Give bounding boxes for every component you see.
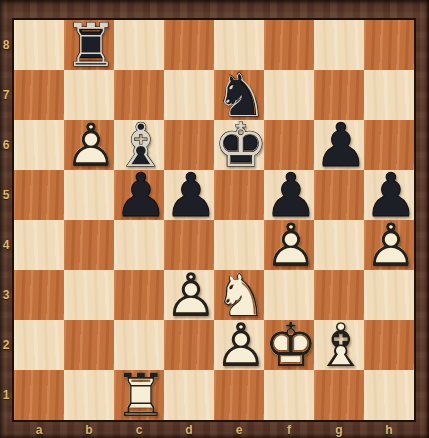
square-e8[interactable] — [214, 20, 264, 70]
white-pawn-detail-icon: ♙ — [214, 322, 264, 369]
file-label-e: e — [214, 422, 264, 438]
white-pawn-b6[interactable]: ♟♙ — [64, 120, 114, 170]
white-pawn-icon: ♟ — [364, 222, 414, 269]
white-king-detail-icon: ♔ — [264, 322, 314, 369]
square-d3[interactable]: ♟♙ — [164, 270, 214, 320]
black-pawn-icon: ♟ — [264, 172, 314, 219]
square-f5[interactable]: ♟ — [264, 170, 314, 220]
rank-label-2: 2 — [0, 320, 12, 370]
square-e1[interactable] — [214, 370, 264, 420]
black-pawn-f5[interactable]: ♟ — [264, 170, 314, 220]
file-label-g: g — [314, 422, 364, 438]
square-f2[interactable]: ♚♔ — [264, 320, 314, 370]
black-pawn-h5[interactable]: ♟ — [364, 170, 414, 220]
square-b1[interactable] — [64, 370, 114, 420]
square-b7[interactable] — [64, 70, 114, 120]
square-b8[interactable]: ♜♖ — [64, 20, 114, 70]
black-pawn-g6[interactable]: ♟ — [314, 120, 364, 170]
chess-board[interactable]: ♜♖♞♘♟♙♝♗♚♔♟♟♟♟♟♟♙♟♙♟♙♞♘♟♙♚♔♝♗♜♖ — [12, 18, 416, 422]
square-a1[interactable] — [14, 370, 64, 420]
file-label-c: c — [114, 422, 164, 438]
white-pawn-detail-icon: ♙ — [364, 222, 414, 269]
square-b2[interactable] — [64, 320, 114, 370]
square-d8[interactable] — [164, 20, 214, 70]
square-h3[interactable] — [364, 270, 414, 320]
square-f1[interactable] — [264, 370, 314, 420]
white-knight-e3[interactable]: ♞♘ — [214, 270, 264, 320]
white-pawn-icon: ♟ — [214, 322, 264, 369]
square-b6[interactable]: ♟♙ — [64, 120, 114, 170]
square-g4[interactable] — [314, 220, 364, 270]
square-d6[interactable] — [164, 120, 214, 170]
white-bishop-g2[interactable]: ♝♗ — [314, 320, 364, 370]
square-f7[interactable] — [264, 70, 314, 120]
chess-board-window: 87654321 abcdefgh ♜♖♞♘♟♙♝♗♚♔♟♟♟♟♟♟♙♟♙♟♙♞… — [0, 0, 429, 438]
rank-label-8: 8 — [0, 20, 12, 70]
black-king-e6[interactable]: ♚♔ — [214, 120, 264, 170]
rank-label-6: 6 — [0, 120, 12, 170]
square-h2[interactable] — [364, 320, 414, 370]
square-g3[interactable] — [314, 270, 364, 320]
rank-label-5: 5 — [0, 170, 12, 220]
square-d5[interactable]: ♟ — [164, 170, 214, 220]
square-h8[interactable] — [364, 20, 414, 70]
rank-label-4: 4 — [0, 220, 12, 270]
black-knight-e7[interactable]: ♞♘ — [214, 70, 264, 120]
black-knight-detail-icon: ♘ — [214, 72, 264, 119]
white-bishop-icon: ♝ — [314, 322, 364, 369]
black-pawn-icon: ♟ — [314, 122, 364, 169]
square-a2[interactable] — [14, 320, 64, 370]
square-a7[interactable] — [14, 70, 64, 120]
white-pawn-f4[interactable]: ♟♙ — [264, 220, 314, 270]
square-g7[interactable] — [314, 70, 364, 120]
black-rook-detail-icon: ♖ — [64, 22, 114, 69]
white-pawn-icon: ♟ — [64, 122, 114, 169]
white-pawn-h4[interactable]: ♟♙ — [364, 220, 414, 270]
square-a5[interactable] — [14, 170, 64, 220]
square-h1[interactable] — [364, 370, 414, 420]
square-e2[interactable]: ♟♙ — [214, 320, 264, 370]
rank-label-3: 3 — [0, 270, 12, 320]
black-rook-icon: ♜ — [64, 22, 114, 69]
white-knight-detail-icon: ♘ — [214, 272, 264, 319]
black-pawn-icon: ♟ — [164, 172, 214, 219]
square-c3[interactable] — [114, 270, 164, 320]
square-a6[interactable] — [14, 120, 64, 170]
square-b3[interactable] — [64, 270, 114, 320]
square-g5[interactable] — [314, 170, 364, 220]
file-label-f: f — [264, 422, 314, 438]
white-rook-icon: ♜ — [114, 372, 164, 419]
square-c2[interactable] — [114, 320, 164, 370]
square-g1[interactable] — [314, 370, 364, 420]
white-pawn-icon: ♟ — [264, 222, 314, 269]
black-king-detail-icon: ♔ — [214, 122, 264, 169]
file-label-h: h — [364, 422, 414, 438]
black-knight-icon: ♞ — [214, 72, 264, 119]
white-bishop-detail-icon: ♗ — [314, 322, 364, 369]
square-b5[interactable] — [64, 170, 114, 220]
square-f3[interactable] — [264, 270, 314, 320]
black-bishop-icon: ♝ — [114, 122, 164, 169]
white-rook-detail-icon: ♖ — [114, 372, 164, 419]
white-pawn-e2[interactable]: ♟♙ — [214, 320, 264, 370]
black-rook-b8[interactable]: ♜♖ — [64, 20, 114, 70]
white-pawn-detail-icon: ♙ — [164, 272, 214, 319]
white-rook-c1[interactable]: ♜♖ — [114, 370, 164, 420]
square-e3[interactable]: ♞♘ — [214, 270, 264, 320]
square-c4[interactable] — [114, 220, 164, 270]
rank-label-1: 1 — [0, 370, 12, 420]
square-a3[interactable] — [14, 270, 64, 320]
square-h5[interactable]: ♟ — [364, 170, 414, 220]
square-a8[interactable] — [14, 20, 64, 70]
black-bishop-detail-icon: ♗ — [114, 122, 164, 169]
square-d7[interactable] — [164, 70, 214, 120]
square-h7[interactable] — [364, 70, 414, 120]
white-pawn-icon: ♟ — [164, 272, 214, 319]
black-pawn-c5[interactable]: ♟ — [114, 170, 164, 220]
square-f6[interactable] — [264, 120, 314, 170]
white-king-icon: ♚ — [264, 322, 314, 369]
square-g8[interactable] — [314, 20, 364, 70]
square-d2[interactable] — [164, 320, 214, 370]
square-b4[interactable] — [64, 220, 114, 270]
white-pawn-detail-icon: ♙ — [64, 122, 114, 169]
square-e6[interactable]: ♚♔ — [214, 120, 264, 170]
square-g6[interactable]: ♟ — [314, 120, 364, 170]
rank-label-7: 7 — [0, 70, 12, 120]
square-h4[interactable]: ♟♙ — [364, 220, 414, 270]
white-king-f2[interactable]: ♚♔ — [264, 320, 314, 370]
square-h6[interactable] — [364, 120, 414, 170]
white-pawn-detail-icon: ♙ — [264, 222, 314, 269]
square-f4[interactable]: ♟♙ — [264, 220, 314, 270]
black-pawn-d5[interactable]: ♟ — [164, 170, 214, 220]
white-pawn-d3[interactable]: ♟♙ — [164, 270, 214, 320]
square-e7[interactable]: ♞♘ — [214, 70, 264, 120]
square-e5[interactable] — [214, 170, 264, 220]
black-pawn-icon: ♟ — [114, 172, 164, 219]
black-king-icon: ♚ — [214, 122, 264, 169]
square-e4[interactable] — [214, 220, 264, 270]
file-label-a: a — [14, 422, 64, 438]
square-c1[interactable]: ♜♖ — [114, 370, 164, 420]
square-g2[interactable]: ♝♗ — [314, 320, 364, 370]
file-label-b: b — [64, 422, 114, 438]
file-label-d: d — [164, 422, 214, 438]
square-f8[interactable] — [264, 20, 314, 70]
white-knight-icon: ♞ — [214, 272, 264, 319]
square-d4[interactable] — [164, 220, 214, 270]
square-c5[interactable]: ♟ — [114, 170, 164, 220]
square-a4[interactable] — [14, 220, 64, 270]
black-bishop-c6[interactable]: ♝♗ — [114, 120, 164, 170]
square-d1[interactable] — [164, 370, 214, 420]
black-pawn-icon: ♟ — [364, 172, 414, 219]
square-c7[interactable] — [114, 70, 164, 120]
square-c6[interactable]: ♝♗ — [114, 120, 164, 170]
square-c8[interactable] — [114, 20, 164, 70]
